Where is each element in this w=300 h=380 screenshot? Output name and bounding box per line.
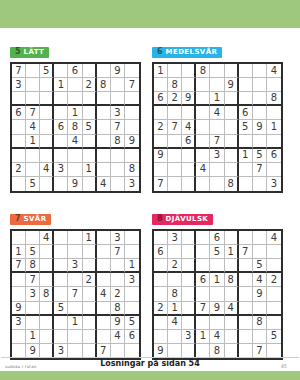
sudoku-cell: [182, 163, 196, 177]
sudoku-cell: 1: [196, 330, 210, 344]
sudoku-cell: [154, 135, 168, 149]
sudoku-cell: [196, 177, 210, 191]
sudoku-cell: [97, 259, 111, 273]
sudoku-cell: [239, 316, 253, 330]
sudoku-cell: 9: [253, 120, 267, 134]
sudoku-cell: 8: [111, 135, 125, 149]
sudoku-cell: 7: [111, 120, 125, 134]
sudoku-cell: [182, 287, 196, 301]
sudoku-cell: [168, 273, 182, 287]
sudoku-cell: 7: [125, 78, 139, 92]
sudoku-cell: [40, 302, 54, 316]
sudoku-puzzle-djavulsk: 8 DJÄVULSK 36465172561842892179448314598…: [152, 206, 283, 360]
sudoku-cell: 8: [68, 120, 82, 134]
sudoku-cell: [182, 177, 196, 191]
difficulty-label: MEDELSVÅR: [166, 49, 218, 56]
sudoku-cell: [26, 316, 40, 330]
footer-divider: [1, 357, 299, 358]
sudoku-cell: [225, 163, 239, 177]
sudoku-cell: [239, 64, 253, 78]
sudoku-cell: [225, 330, 239, 344]
sudoku-cell: 2: [111, 287, 125, 301]
sudoku-cell: [239, 273, 253, 287]
sudoku-cell: [40, 78, 54, 92]
sudoku-cell: 9: [26, 344, 40, 358]
sudoku-cell: [239, 302, 253, 316]
sudoku-cell: 6: [154, 245, 168, 259]
sudoku-cell: [239, 92, 253, 106]
sudoku-cell: 5: [26, 177, 40, 191]
sudoku-cell: [40, 316, 54, 330]
sudoku-cell: 8: [111, 302, 125, 316]
sudoku-cell: [54, 245, 68, 259]
sudoku-cell: [68, 149, 82, 163]
sudoku-cell: 3: [210, 149, 224, 163]
sudoku-cell: [210, 316, 224, 330]
sudoku-cell: [40, 149, 54, 163]
difficulty-label: DJÄVULSK: [166, 216, 209, 223]
sudoku-cell: [154, 287, 168, 301]
sudoku-cell: [239, 163, 253, 177]
sudoku-cell: 2: [154, 120, 168, 134]
sudoku-cell: 8: [225, 273, 239, 287]
sudoku-cell: [154, 163, 168, 177]
sudoku-cell: 4: [26, 120, 40, 134]
sudoku-cell: 9: [225, 78, 239, 92]
sudoku-cell: [83, 302, 97, 316]
sudoku-cell: [210, 177, 224, 191]
difficulty-label: SVÅR: [24, 216, 47, 223]
sudoku-cell: [182, 302, 196, 316]
sudoku-cell: [26, 163, 40, 177]
sudoku-cell: [168, 330, 182, 344]
sudoku-cell: [83, 330, 97, 344]
sudoku-cell: [239, 330, 253, 344]
sudoku-cell: [12, 120, 26, 134]
sudoku-cell: 5: [40, 64, 54, 78]
sudoku-cell: [182, 231, 196, 245]
sudoku-cell: [267, 245, 281, 259]
sudoku-cell: [225, 64, 239, 78]
sudoku-cell: 4: [210, 106, 224, 120]
difficulty-number: 5: [15, 48, 21, 56]
sudoku-grid: 7569312876713468571489243185943: [10, 62, 141, 193]
sudoku-cell: [97, 330, 111, 344]
sudoku-cell: [239, 344, 253, 358]
sudoku-cell: [68, 163, 82, 177]
sudoku-cell: [182, 259, 196, 273]
sudoku-cell: [83, 149, 97, 163]
sudoku-cell: 4: [97, 287, 111, 301]
sudoku-cell: [12, 177, 26, 191]
sudoku-cell: 6: [12, 106, 26, 120]
sudoku-cell: 6: [68, 64, 82, 78]
sudoku-cell: [267, 78, 281, 92]
sudoku-cell: [125, 245, 139, 259]
sudoku-cell: [253, 177, 267, 191]
sudoku-cell: [196, 344, 210, 358]
sudoku-cell: [111, 149, 125, 163]
sudoku-cell: [111, 259, 125, 273]
top-banner: [0, 0, 300, 28]
sudoku-cell: [125, 106, 139, 120]
sudoku-cell: [54, 64, 68, 78]
sudoku-cell: [111, 273, 125, 287]
sudoku-cell: 7: [68, 287, 82, 301]
sudoku-cell: 5: [239, 120, 253, 134]
sudoku-cell: 3: [125, 273, 139, 287]
sudoku-cell: 2: [168, 259, 182, 273]
sudoku-cell: [154, 273, 168, 287]
sudoku-cell: [40, 177, 54, 191]
sudoku-cell: [196, 149, 210, 163]
sudoku-cell: 7: [168, 120, 182, 134]
difficulty-badge: 6 MEDELSVÅR: [152, 47, 222, 58]
sudoku-cell: [97, 302, 111, 316]
sudoku-cell: 1: [83, 163, 97, 177]
sudoku-cell: [54, 316, 68, 330]
sudoku-cell: [154, 231, 168, 245]
sudoku-cell: [12, 330, 26, 344]
sudoku-cell: 8: [196, 64, 210, 78]
sudoku-cell: [182, 344, 196, 358]
sudoku-cell: [196, 245, 210, 259]
sudoku-cell: [125, 302, 139, 316]
sudoku-cell: [83, 92, 97, 106]
sudoku-cell: [239, 177, 253, 191]
sudoku-cell: 8: [267, 92, 281, 106]
sudoku-cell: [196, 231, 210, 245]
sudoku-puzzle-svar: 7 SVÅR 4131577831723387429583195146937: [10, 206, 141, 360]
sudoku-cell: [83, 344, 97, 358]
sudoku-cell: [267, 135, 281, 149]
sudoku-cell: [253, 78, 267, 92]
sudoku-cell: [196, 316, 210, 330]
sudoku-cell: [83, 245, 97, 259]
sudoku-cell: [210, 64, 224, 78]
sudoku-cell: 8: [26, 259, 40, 273]
difficulty-badge: 7 SVÅR: [10, 214, 51, 225]
sudoku-cell: 7: [239, 245, 253, 259]
sudoku-cell: [125, 64, 139, 78]
sudoku-cell: [40, 92, 54, 106]
sudoku-cell: 9: [253, 287, 267, 301]
sudoku-cell: 5: [83, 120, 97, 134]
sudoku-cell: [196, 287, 210, 301]
sudoku-cell: [253, 231, 267, 245]
sudoku-cell: 2: [267, 273, 281, 287]
sudoku-cell: [83, 316, 97, 330]
sudoku-cell: [68, 302, 82, 316]
sudoku-cell: [168, 163, 182, 177]
sudoku-grid: 184896291846274591679315647783: [152, 62, 283, 193]
sudoku-cell: [68, 245, 82, 259]
sudoku-cell: 4: [267, 231, 281, 245]
sudoku-cell: [168, 344, 182, 358]
sudoku-cell: 5: [125, 316, 139, 330]
sudoku-cell: [97, 316, 111, 330]
sudoku-cell: [12, 344, 26, 358]
sudoku-cell: 4: [210, 330, 224, 344]
sudoku-cell: 9: [154, 344, 168, 358]
sudoku-cell: [239, 259, 253, 273]
sudoku-cell: 1: [168, 302, 182, 316]
sudoku-cell: 5: [210, 245, 224, 259]
sudoku-cell: 1: [12, 245, 26, 259]
sudoku-cell: [68, 92, 82, 106]
sudoku-cell: [239, 231, 253, 245]
sudoku-cell: 8: [168, 78, 182, 92]
sudoku-cell: 4: [168, 316, 182, 330]
sudoku-cell: [54, 330, 68, 344]
page-number: 45: [281, 363, 287, 369]
sudoku-cell: [97, 231, 111, 245]
sudoku-cell: [225, 92, 239, 106]
sudoku-cell: 6: [210, 231, 224, 245]
sudoku-cell: [26, 149, 40, 163]
sudoku-cell: 6: [267, 149, 281, 163]
sudoku-cell: [267, 106, 281, 120]
sudoku-cell: [225, 231, 239, 245]
sudoku-cell: [225, 120, 239, 134]
sudoku-cell: [111, 78, 125, 92]
difficulty-label: LÄTT: [24, 49, 45, 56]
sudoku-cell: 9: [111, 64, 125, 78]
sudoku-cell: [125, 92, 139, 106]
sudoku-cell: 1: [83, 231, 97, 245]
sudoku-cell: 1: [68, 316, 82, 330]
sudoku-cell: 3: [26, 287, 40, 301]
sudoku-cell: [253, 106, 267, 120]
sudoku-cell: [111, 177, 125, 191]
sudoku-cell: [83, 135, 97, 149]
sudoku-cell: 9: [125, 135, 139, 149]
sudoku-cell: [111, 92, 125, 106]
sudoku-cell: [253, 92, 267, 106]
sudoku-cell: [196, 135, 210, 149]
sudoku-cell: 7: [154, 177, 168, 191]
sudoku-cell: [239, 135, 253, 149]
sudoku-cell: [97, 120, 111, 134]
sudoku-cell: [196, 120, 210, 134]
sudoku-cell: 9: [210, 302, 224, 316]
sudoku-cell: 5: [267, 330, 281, 344]
sudoku-cell: [168, 106, 182, 120]
sudoku-cell: [196, 92, 210, 106]
sudoku-cell: [253, 330, 267, 344]
sudoku-puzzle-latt: 5 LÄTT 7569312876713468571489243185943: [10, 39, 141, 193]
sudoku-cell: [196, 106, 210, 120]
difficulty-badge: 8 DJÄVULSK: [152, 214, 213, 225]
sudoku-cell: 1: [54, 78, 68, 92]
sudoku-cell: [40, 259, 54, 273]
sudoku-cell: [83, 64, 97, 78]
sudoku-cell: [267, 163, 281, 177]
sudoku-cell: 1: [225, 245, 239, 259]
sudoku-cell: [97, 163, 111, 177]
sudoku-cell: [154, 316, 168, 330]
sudoku-cell: 3: [54, 344, 68, 358]
sudoku-cell: 8: [40, 287, 54, 301]
sudoku-cell: 8: [253, 316, 267, 330]
sudoku-cell: [225, 316, 239, 330]
sudoku-cell: [68, 330, 82, 344]
sudoku-cell: [97, 92, 111, 106]
sudoku-cell: [12, 149, 26, 163]
magazine-page: 5 LÄTT 7569312876713468571489243185943 6…: [0, 0, 300, 380]
sudoku-cell: 4: [68, 135, 82, 149]
sudoku-cell: 7: [12, 64, 26, 78]
sudoku-cell: 2: [168, 92, 182, 106]
sudoku-cell: [54, 287, 68, 301]
sudoku-cell: [210, 163, 224, 177]
sudoku-cell: 1: [210, 92, 224, 106]
sudoku-cell: [40, 106, 54, 120]
sudoku-cell: [97, 149, 111, 163]
sudoku-cell: [111, 163, 125, 177]
sudoku-cell: [26, 302, 40, 316]
sudoku-cell: [12, 231, 26, 245]
sudoku-cell: 6: [196, 273, 210, 287]
sudoku-cell: 7: [210, 135, 224, 149]
sudoku-grid: 364651725618428921794483145987: [152, 229, 283, 360]
sudoku-cell: [267, 259, 281, 273]
sudoku-cell: 7: [26, 106, 40, 120]
sudoku-cell: 7: [253, 344, 267, 358]
sudoku-cell: [97, 106, 111, 120]
sudoku-cell: 7: [97, 344, 111, 358]
sudoku-cell: [168, 64, 182, 78]
sudoku-cell: 3: [68, 259, 82, 273]
sudoku-cell: 9: [111, 316, 125, 330]
sudoku-cell: 2: [83, 78, 97, 92]
sudoku-cell: [68, 78, 82, 92]
difficulty-number: 7: [15, 215, 21, 223]
sudoku-cell: [12, 135, 26, 149]
difficulty-number: 6: [157, 48, 163, 56]
sudoku-cell: [154, 330, 168, 344]
sudoku-cell: [182, 106, 196, 120]
sudoku-cell: [54, 135, 68, 149]
sudoku-cell: 9: [154, 149, 168, 163]
sudoku-cell: 6: [54, 120, 68, 134]
sudoku-cell: [40, 330, 54, 344]
sudoku-cell: 3: [125, 177, 139, 191]
solutions-note: Lösningar på sidan 54: [0, 359, 300, 368]
sudoku-cell: [196, 78, 210, 92]
sudoku-cell: 9: [68, 177, 82, 191]
sudoku-cell: [168, 245, 182, 259]
sudoku-cell: [12, 92, 26, 106]
sudoku-cell: [54, 149, 68, 163]
sudoku-cell: [225, 259, 239, 273]
sudoku-cell: 3: [111, 106, 125, 120]
sudoku-cell: 3: [12, 78, 26, 92]
sudoku-cell: [253, 135, 267, 149]
sudoku-cell: [253, 245, 267, 259]
sudoku-cell: [267, 316, 281, 330]
sudoku-cell: [225, 344, 239, 358]
sudoku-cell: [182, 78, 196, 92]
sudoku-cell: [210, 259, 224, 273]
sudoku-cell: [40, 120, 54, 134]
sudoku-cell: 9: [182, 92, 196, 106]
sudoku-cell: [12, 287, 26, 301]
sudoku-cell: 4: [253, 273, 267, 287]
sudoku-cell: 7: [12, 259, 26, 273]
sudoku-cell: 7: [111, 245, 125, 259]
sudoku-cell: 6: [239, 106, 253, 120]
sudoku-cell: 4: [196, 163, 210, 177]
sudoku-cell: 1: [68, 106, 82, 120]
sudoku-cell: [54, 92, 68, 106]
sudoku-cell: 9: [12, 302, 26, 316]
sudoku-cell: [125, 287, 139, 301]
sudoku-cell: 4: [225, 302, 239, 316]
sudoku-cell: 3: [12, 316, 26, 330]
sudoku-cell: [40, 245, 54, 259]
sudoku-cell: 5: [26, 245, 40, 259]
bottom-banner: [0, 371, 300, 380]
sudoku-cell: [182, 316, 196, 330]
sudoku-cell: [54, 273, 68, 287]
difficulty-badge: 5 LÄTT: [10, 47, 49, 58]
sudoku-cell: [125, 120, 139, 134]
sudoku-cell: 4: [182, 120, 196, 134]
sudoku-cell: [12, 273, 26, 287]
sudoku-cell: [168, 177, 182, 191]
sudoku-cell: [168, 135, 182, 149]
sudoku-cell: 3: [111, 231, 125, 245]
sudoku-cell: [125, 231, 139, 245]
sudoku-cell: [97, 64, 111, 78]
sudoku-cell: [54, 231, 68, 245]
sudoku-cell: 8: [125, 163, 139, 177]
sudoku-cell: [196, 259, 210, 273]
sudoku-cell: [267, 344, 281, 358]
sudoku-cell: [210, 120, 224, 134]
sudoku-cell: [239, 78, 253, 92]
sudoku-cell: [97, 273, 111, 287]
sudoku-cell: 4: [97, 177, 111, 191]
sudoku-cell: 4: [40, 163, 54, 177]
sudoku-cell: 4: [40, 231, 54, 245]
sudoku-cell: 1: [26, 330, 40, 344]
sudoku-cell: [40, 344, 54, 358]
sudoku-cell: 1: [125, 259, 139, 273]
sudoku-puzzle-medelsvar: 6 MEDELSVÅR 1848962918462745916793156477…: [152, 39, 283, 193]
sudoku-cell: 6: [182, 135, 196, 149]
sudoku-cell: 8: [210, 344, 224, 358]
sudoku-cell: [83, 106, 97, 120]
sudoku-cell: 2: [154, 302, 168, 316]
sudoku-cell: 4: [267, 64, 281, 78]
sudoku-cell: 8: [97, 78, 111, 92]
sudoku-cell: [225, 135, 239, 149]
sudoku-cell: 5: [253, 149, 267, 163]
sudoku-cell: [168, 149, 182, 163]
sudoku-cell: [239, 287, 253, 301]
sudoku-cell: [210, 287, 224, 301]
sudoku-cell: [54, 177, 68, 191]
sudoku-cell: 8: [225, 177, 239, 191]
sudoku-cell: [26, 78, 40, 92]
sudoku-cell: [26, 231, 40, 245]
sudoku-cell: 1: [154, 64, 168, 78]
sudoku-cell: 6: [125, 330, 139, 344]
sudoku-cell: [253, 302, 267, 316]
sudoku-cell: [54, 106, 68, 120]
